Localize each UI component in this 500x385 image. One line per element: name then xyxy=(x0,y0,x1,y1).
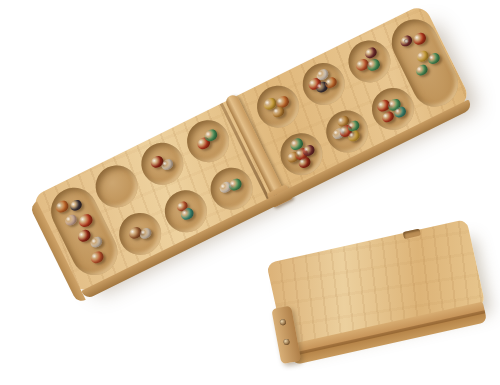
stone-green xyxy=(414,63,429,77)
stone-carnelian xyxy=(89,249,106,265)
stone-black xyxy=(68,199,83,213)
latch-notch xyxy=(403,229,421,240)
hinge-pin xyxy=(279,319,286,326)
pit-top-5[interactable] xyxy=(295,55,351,111)
pit-top-6[interactable] xyxy=(341,33,397,89)
stone-orange xyxy=(53,199,70,215)
stone-green xyxy=(426,51,441,65)
hinge-pin xyxy=(283,338,290,345)
stone-pink xyxy=(63,214,78,228)
bead-hole xyxy=(403,39,408,44)
pit-top-2[interactable] xyxy=(134,135,190,191)
product-photo-scene xyxy=(0,0,500,385)
mancala-board-folded xyxy=(266,219,490,373)
stone-maroon xyxy=(398,34,413,48)
stone-clear xyxy=(89,235,104,249)
stone-red xyxy=(411,31,428,47)
stone-red xyxy=(76,212,94,229)
